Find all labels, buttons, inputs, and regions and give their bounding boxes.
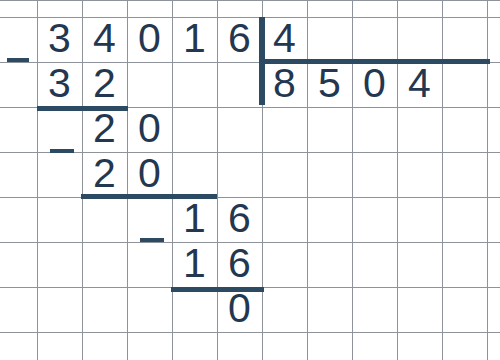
work-digit: 2 [82,151,127,196]
dividend-digit: 4 [82,16,127,61]
dividend-digit: 0 [127,16,172,61]
quotient-digit: 4 [397,61,442,106]
squared-paper-board: 3 4 0 1 6 4 3 2 8 5 0 4 2 0 2 0 1 6 1 6 … [0,0,500,360]
work-digit: 6 [217,241,262,286]
work-digit: 0 [127,106,172,151]
work-digit: 6 [217,196,262,241]
minus-sign-icon-1 [7,58,29,62]
quotient-digit: 5 [307,61,352,106]
division-grid: 3 4 0 1 6 4 3 2 8 5 0 4 2 0 2 0 1 6 1 6 … [0,1,500,360]
dividend-digit: 6 [217,16,262,61]
subtraction-underline-3 [171,287,264,292]
work-digit: 3 [37,61,82,106]
quotient-digit: 0 [352,61,397,106]
work-digit: 1 [172,241,217,286]
minus-sign-icon-3 [140,238,164,242]
dividend-digit: 3 [37,16,82,61]
subtraction-underline-2 [81,194,217,199]
dividend-digit: 1 [172,16,217,61]
minus-sign-icon-2 [50,149,74,153]
work-digit: 1 [172,196,217,241]
division-bracket-horizontal-line [259,59,490,64]
work-digit: 2 [82,61,127,106]
work-digit: 2 [82,106,127,151]
work-digit: 0 [127,151,172,196]
remainder-digit: 0 [217,286,262,331]
quotient-digit: 8 [262,61,307,106]
subtraction-underline-1 [37,106,128,111]
divisor-digit: 4 [262,16,307,61]
